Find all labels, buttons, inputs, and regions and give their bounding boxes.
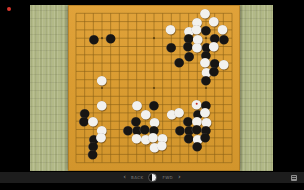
close-button[interactable]	[7, 7, 11, 11]
screen-background: ●●●●●●●●●●●●●●●●●●●●●●●●●●●●●●●●●●●●●●●●…	[0, 0, 304, 190]
back-label: BACK	[131, 175, 143, 180]
app-window: ●●●●●●●●●●●●●●●●●●●●●●●●●●●●●●●●●●●●●●●●…	[30, 5, 273, 171]
last-move-marker	[195, 103, 198, 106]
stones-layer: ●●●●●●●●●●●●●●●●●●●●●●●●●●●●●●●●●●●●●●●●…	[68, 5, 240, 171]
forward-label: FWD	[162, 175, 173, 180]
back-arrow-button[interactable]: ‹	[123, 174, 126, 181]
bottom-toolbar: ‹ BACK FWD ›	[0, 171, 304, 183]
forward-arrow-button[interactable]: ›	[178, 174, 181, 181]
go-board[interactable]: ●●●●●●●●●●●●●●●●●●●●●●●●●●●●●●●●●●●●●●●●…	[68, 5, 240, 171]
turn-indicator-icon	[148, 173, 157, 182]
toolbar-controls: ‹ BACK FWD ›	[0, 172, 304, 183]
menu-icon[interactable]	[291, 175, 297, 181]
